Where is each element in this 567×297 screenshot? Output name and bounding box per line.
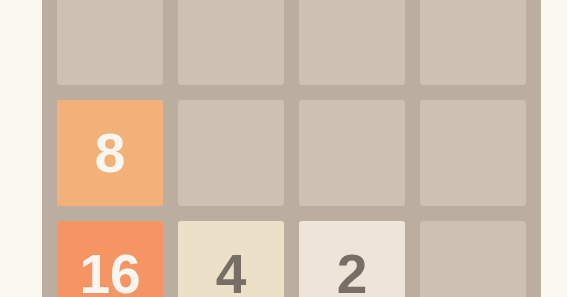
empty-cell [178, 0, 284, 85]
empty-cell [299, 0, 405, 85]
page-background: 8 16 4 2 [0, 0, 567, 297]
tile-2: 2 [299, 221, 405, 297]
tile-16: 16 [57, 221, 163, 297]
tile-8: 8 [57, 100, 163, 206]
empty-cell [299, 100, 405, 206]
empty-cell [420, 0, 526, 85]
board-2048[interactable]: 8 16 4 2 [42, 0, 541, 297]
empty-cell [57, 0, 163, 85]
empty-cell [420, 221, 526, 297]
empty-cell [420, 100, 526, 206]
tile-4: 4 [178, 221, 284, 297]
empty-cell [178, 100, 284, 206]
